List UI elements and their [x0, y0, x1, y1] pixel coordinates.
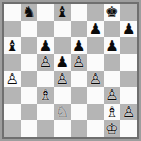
square-h4[interactable] — [120, 71, 137, 88]
square-h2[interactable]: ♙ — [120, 104, 137, 121]
square-h1[interactable] — [120, 120, 137, 137]
square-d1[interactable] — [54, 120, 71, 137]
square-h3[interactable] — [120, 87, 137, 104]
square-d8[interactable]: ♝ — [54, 4, 71, 21]
square-e4[interactable] — [71, 71, 88, 88]
board-inner-border: ♞♝♚♟♟♝♟♟♟♙♟♙♙♙♙♗♙♘♗♙♔ — [2, 2, 139, 139]
square-a2[interactable] — [4, 104, 21, 121]
square-b8[interactable]: ♞ — [21, 4, 38, 21]
square-e5[interactable]: ♙ — [71, 54, 88, 71]
square-b1[interactable] — [21, 120, 38, 137]
square-h8[interactable] — [120, 4, 137, 21]
square-g1[interactable]: ♔ — [104, 120, 121, 137]
black-bishop[interactable]: ♝ — [55, 4, 68, 20]
black-pawn[interactable]: ♟ — [122, 21, 135, 37]
square-c6[interactable]: ♟ — [37, 37, 54, 54]
square-d6[interactable] — [54, 37, 71, 54]
square-a6[interactable]: ♝ — [4, 37, 21, 54]
square-f7[interactable]: ♟ — [87, 21, 104, 38]
square-c5[interactable]: ♙ — [37, 54, 54, 71]
square-d4[interactable]: ♙ — [54, 71, 71, 88]
square-b5[interactable] — [21, 54, 38, 71]
square-f3[interactable] — [87, 87, 104, 104]
square-e3[interactable] — [71, 87, 88, 104]
white-pawn[interactable]: ♙ — [122, 104, 135, 120]
square-e7[interactable] — [71, 21, 88, 38]
square-e1[interactable] — [71, 120, 88, 137]
square-g2[interactable]: ♗ — [104, 104, 121, 121]
board-frame: ♞♝♚♟♟♝♟♟♟♙♟♙♙♙♙♗♙♘♗♙♔ — [0, 0, 141, 141]
square-g6[interactable]: ♟ — [104, 37, 121, 54]
white-pawn[interactable]: ♙ — [39, 54, 52, 70]
square-a3[interactable] — [4, 87, 21, 104]
square-d7[interactable] — [54, 21, 71, 38]
black-king[interactable]: ♚ — [105, 4, 118, 20]
white-pawn[interactable]: ♙ — [55, 71, 68, 87]
square-f1[interactable] — [87, 120, 104, 137]
square-f2[interactable] — [87, 104, 104, 121]
square-a1[interactable] — [4, 120, 21, 137]
square-f4[interactable]: ♙ — [87, 71, 104, 88]
white-pawn[interactable]: ♙ — [89, 71, 102, 87]
square-e2[interactable] — [71, 104, 88, 121]
square-a8[interactable] — [4, 4, 21, 21]
square-c4[interactable] — [37, 71, 54, 88]
square-b3[interactable] — [21, 87, 38, 104]
square-b2[interactable] — [21, 104, 38, 121]
black-knight[interactable]: ♞ — [22, 4, 35, 20]
square-h7[interactable]: ♟ — [120, 21, 137, 38]
square-a5[interactable] — [4, 54, 21, 71]
square-f5[interactable] — [87, 54, 104, 71]
white-king[interactable]: ♔ — [105, 120, 118, 136]
black-bishop[interactable]: ♝ — [6, 37, 19, 53]
white-pawn[interactable]: ♙ — [105, 87, 118, 103]
square-g8[interactable]: ♚ — [104, 4, 121, 21]
white-bishop[interactable]: ♗ — [105, 104, 118, 120]
white-pawn[interactable]: ♙ — [6, 71, 19, 87]
square-c2[interactable] — [37, 104, 54, 121]
square-g4[interactable] — [104, 71, 121, 88]
square-c7[interactable] — [37, 21, 54, 38]
square-g3[interactable]: ♙ — [104, 87, 121, 104]
square-c1[interactable] — [37, 120, 54, 137]
black-pawn[interactable]: ♟ — [105, 37, 118, 53]
square-h6[interactable] — [120, 37, 137, 54]
square-a4[interactable]: ♙ — [4, 71, 21, 88]
square-c3[interactable]: ♗ — [37, 87, 54, 104]
square-h5[interactable] — [120, 54, 137, 71]
square-a7[interactable] — [4, 21, 21, 38]
square-c8[interactable] — [37, 4, 54, 21]
square-d5[interactable]: ♟ — [54, 54, 71, 71]
square-d3[interactable] — [54, 87, 71, 104]
white-knight[interactable]: ♘ — [55, 104, 68, 120]
square-b4[interactable] — [21, 71, 38, 88]
white-pawn[interactable]: ♙ — [72, 54, 85, 70]
square-f6[interactable] — [87, 37, 104, 54]
square-e8[interactable] — [71, 4, 88, 21]
square-e6[interactable]: ♟ — [71, 37, 88, 54]
square-g5[interactable] — [104, 54, 121, 71]
square-f8[interactable] — [87, 4, 104, 21]
black-pawn[interactable]: ♟ — [39, 37, 52, 53]
black-pawn[interactable]: ♟ — [89, 21, 102, 37]
black-pawn[interactable]: ♟ — [72, 37, 85, 53]
square-b6[interactable] — [21, 37, 38, 54]
square-g7[interactable] — [104, 21, 121, 38]
square-b7[interactable] — [21, 21, 38, 38]
black-pawn[interactable]: ♟ — [55, 54, 68, 70]
square-d2[interactable]: ♘ — [54, 104, 71, 121]
chess-board: ♞♝♚♟♟♝♟♟♟♙♟♙♙♙♙♗♙♘♗♙♔ — [4, 4, 137, 137]
white-bishop[interactable]: ♗ — [39, 87, 52, 103]
